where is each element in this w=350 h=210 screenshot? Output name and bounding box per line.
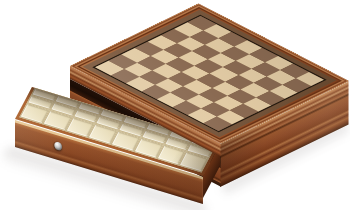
chess-case-photo — [0, 0, 350, 210]
drawer-knob — [54, 141, 62, 151]
